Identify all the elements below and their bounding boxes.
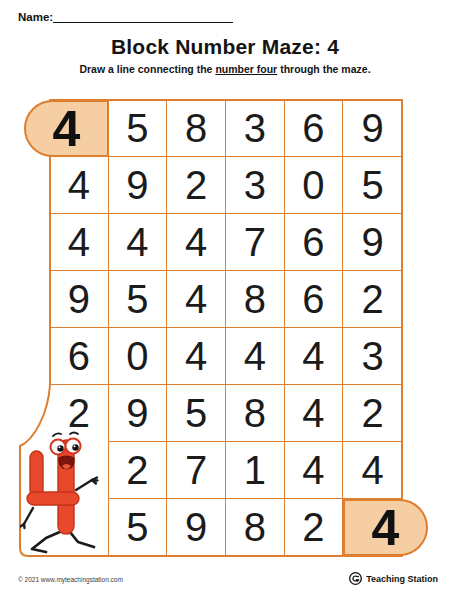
worksheet-page: { "game": "block-number-maze", "target_n… [0,0,450,600]
maze-cell[interactable]: 5 [109,499,168,556]
maze-cell[interactable]: 2 [343,271,402,328]
start-number: 4 [53,100,81,158]
maze-cell[interactable]: 4 [285,328,344,385]
maze-cell[interactable]: 8 [226,271,285,328]
maze-cell[interactable]: 9 [50,271,109,328]
maze-cell[interactable]: 9 [343,214,402,271]
teaching-station-logo-icon [348,571,363,586]
maze-cell[interactable]: 4 [285,442,344,499]
instruction-text: Draw a line connecting the number four t… [0,63,450,75]
maze-cell[interactable]: 2 [343,385,402,442]
maze-cell[interactable]: 4 [50,157,109,214]
maze-cell[interactable]: 3 [226,100,285,157]
maze-cell[interactable]: 2 [167,157,226,214]
name-label: Name: [18,11,53,23]
maze-cell[interactable]: 4 [109,214,168,271]
maze-cell[interactable]: 3 [226,157,285,214]
maze-cell[interactable]: 8 [167,100,226,157]
page-title: Block Number Maze: 4 [0,35,450,59]
instruction-highlight: number four [215,63,277,75]
maze-cell[interactable]: 4 [285,385,344,442]
maze-cell[interactable]: 1 [226,442,285,499]
maze-cell[interactable]: 2 [285,499,344,556]
instruction-prefix: Draw a line connecting the [79,63,215,75]
maze-cell[interactable]: 9 [167,499,226,556]
maze-cell[interactable]: 6 [285,271,344,328]
maze-cell[interactable]: 6 [50,328,109,385]
maze-cell[interactable]: 6 [285,214,344,271]
copyright-text: © 2021 www.myteachingstation.com [18,576,123,583]
maze-cell[interactable]: 4 [167,271,226,328]
maze-cell[interactable]: 9 [109,385,168,442]
maze-cell[interactable]: 6 [285,100,344,157]
maze-cell[interactable]: 4 [167,214,226,271]
maze-cell[interactable]: 5 [167,385,226,442]
maze-cell[interactable]: 9 [343,100,402,157]
maze-cell[interactable]: 5 [343,157,402,214]
maze-cell[interactable]: 4 [50,214,109,271]
name-field-line[interactable] [53,10,233,23]
brand-footer: Teaching Station [348,571,438,586]
name-row: Name: [18,10,233,23]
maze-cell[interactable]: 4 [343,442,402,499]
maze-cell[interactable]: 0 [285,157,344,214]
maze-cell[interactable]: 8 [226,499,285,556]
end-number: 4 [372,499,400,557]
maze-cell[interactable]: 7 [226,214,285,271]
brand-name: Teaching Station [366,574,438,584]
maze-cell[interactable]: 5 [109,271,168,328]
maze-cell[interactable]: 0 [109,328,168,385]
number-four-mascot-icon [20,428,110,554]
maze-cell[interactable]: 7 [167,442,226,499]
maze-cell[interactable]: 4 [167,328,226,385]
maze-cell[interactable]: 5 [109,100,168,157]
maze-cell[interactable]: 9 [109,157,168,214]
maze-cell[interactable]: 4 [226,328,285,385]
maze-start-cell[interactable]: 4 [24,100,109,157]
maze-end-cell[interactable]: 4 [343,499,428,556]
maze-cell[interactable]: 3 [343,328,402,385]
maze-cell[interactable]: 2 [109,442,168,499]
instruction-suffix: through the maze. [277,63,370,75]
maze-cell[interactable]: 8 [226,385,285,442]
